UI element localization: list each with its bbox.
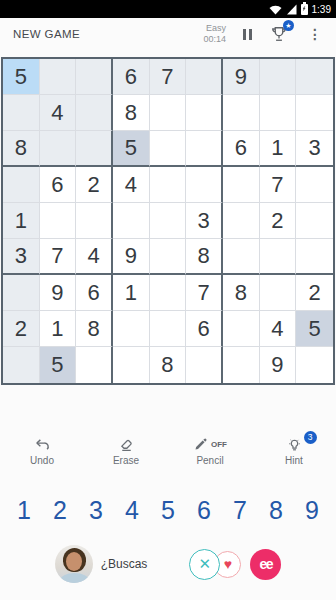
sudoku-cell[interactable] [223, 347, 260, 383]
eraser-icon [118, 436, 135, 452]
sudoku-cell[interactable]: 8 [76, 311, 113, 347]
numpad-5[interactable]: 5 [157, 496, 179, 524]
sudoku-cell[interactable] [186, 167, 223, 203]
sudoku-cell[interactable]: 5 [296, 311, 333, 347]
sudoku-cell[interactable] [296, 239, 333, 275]
number-pad: 123456789 [0, 496, 336, 524]
sudoku-cell[interactable]: 1 [113, 275, 150, 311]
sudoku-cell[interactable]: 7 [150, 59, 187, 95]
overflow-menu-button[interactable]: ⋮ [306, 26, 324, 42]
sudoku-cell[interactable]: 8 [186, 239, 223, 275]
app-bar: NEW GAME Easy 00:14 ★ ⋮ [0, 18, 336, 50]
sudoku-cell[interactable]: 8 [150, 347, 187, 383]
erase-button[interactable]: Erase [84, 435, 168, 466]
sudoku-cell[interactable] [223, 203, 260, 239]
ad-action-icons: ✕ ♥ ee [189, 549, 281, 580]
sudoku-cell[interactable]: 6 [76, 275, 113, 311]
sudoku-cell[interactable]: 8 [223, 275, 260, 311]
sudoku-cell[interactable] [150, 311, 187, 347]
sudoku-cell[interactable]: 4 [113, 167, 150, 203]
sudoku-cell[interactable] [150, 95, 187, 131]
sudoku-cell[interactable] [3, 95, 40, 131]
sudoku-cell[interactable] [150, 131, 187, 167]
ad-avatar [55, 545, 93, 583]
sudoku-cell[interactable] [150, 275, 187, 311]
sudoku-cell[interactable]: 2 [3, 311, 40, 347]
wifi-icon [269, 4, 282, 15]
undo-icon [34, 437, 51, 452]
sudoku-cell[interactable]: 5 [113, 131, 150, 167]
sudoku-cell[interactable] [296, 59, 333, 95]
pencil-icon [193, 437, 208, 452]
numpad-3[interactable]: 3 [85, 496, 107, 524]
pencil-label: Pencil [196, 455, 223, 466]
sudoku-cell[interactable] [186, 131, 223, 167]
sudoku-cell[interactable]: 9 [40, 275, 77, 311]
sudoku-board: 56794885613624713237498961782218645589 [1, 57, 335, 385]
sudoku-cell[interactable] [296, 95, 333, 131]
sudoku-cell[interactable] [223, 95, 260, 131]
signal-icon [286, 4, 297, 15]
numpad-2[interactable]: 2 [49, 496, 71, 524]
sudoku-cell[interactable] [40, 59, 77, 95]
sudoku-cell[interactable]: 1 [40, 311, 77, 347]
page-title: NEW GAME [13, 28, 203, 40]
sudoku-cell[interactable] [260, 275, 297, 311]
undo-label: Undo [30, 455, 54, 466]
sudoku-cell[interactable] [150, 203, 187, 239]
sudoku-cell[interactable]: 4 [76, 239, 113, 275]
hint-count-badge: 3 [304, 431, 317, 444]
sudoku-cell[interactable] [296, 347, 333, 383]
sudoku-cell[interactable] [76, 347, 113, 383]
sudoku-cell[interactable]: 3 [296, 131, 333, 167]
hint-bulb-icon [286, 436, 303, 453]
sudoku-cell[interactable]: 6 [186, 311, 223, 347]
sudoku-cell[interactable] [40, 131, 77, 167]
sudoku-cell[interactable] [3, 347, 40, 383]
sudoku-cell[interactable] [260, 239, 297, 275]
sudoku-cell[interactable]: 2 [76, 167, 113, 203]
sudoku-cell[interactable] [76, 95, 113, 131]
sudoku-cell[interactable]: 7 [260, 167, 297, 203]
sudoku-cell[interactable] [186, 95, 223, 131]
undo-button[interactable]: Undo [0, 435, 84, 466]
numpad-9[interactable]: 9 [301, 496, 323, 524]
hint-button[interactable]: 3 Hint [252, 435, 336, 466]
difficulty-timer: Easy 00:14 [203, 23, 226, 45]
numpad-6[interactable]: 6 [193, 496, 215, 524]
sudoku-cell[interactable] [260, 59, 297, 95]
ad-dismiss-icon[interactable]: ✕ [189, 549, 220, 580]
sudoku-cell[interactable]: 9 [113, 239, 150, 275]
sudoku-cell[interactable] [260, 95, 297, 131]
sudoku-cell[interactable] [76, 131, 113, 167]
sudoku-cell[interactable] [40, 203, 77, 239]
numpad-7[interactable]: 7 [229, 496, 251, 524]
sudoku-cell[interactable] [150, 167, 187, 203]
sudoku-cell[interactable] [150, 239, 187, 275]
pencil-button[interactable]: OFF Pencil [168, 435, 252, 466]
sudoku-cell[interactable]: 6 [113, 59, 150, 95]
sudoku-cell[interactable]: 4 [40, 95, 77, 131]
sudoku-cell[interactable] [76, 59, 113, 95]
sudoku-cell[interactable] [296, 167, 333, 203]
sudoku-cell[interactable]: 4 [260, 311, 297, 347]
sudoku-cell[interactable]: 8 [113, 95, 150, 131]
sudoku-cell[interactable]: 3 [186, 203, 223, 239]
ad-brand-logo[interactable]: ee [250, 549, 281, 580]
sudoku-cell[interactable]: 7 [186, 275, 223, 311]
sudoku-cell[interactable] [76, 203, 113, 239]
sudoku-cell[interactable]: 8 [3, 131, 40, 167]
sudoku-cell[interactable]: 2 [296, 275, 333, 311]
sudoku-cell[interactable] [113, 203, 150, 239]
sudoku-cell[interactable] [113, 347, 150, 383]
ad-banner[interactable]: ¿Buscas ✕ ♥ ee [0, 542, 336, 586]
sudoku-cell[interactable]: 9 [223, 59, 260, 95]
sudoku-cell[interactable] [223, 239, 260, 275]
sudoku-cell[interactable] [3, 167, 40, 203]
sudoku-cell[interactable]: 5 [40, 347, 77, 383]
sudoku-cell[interactable]: 3 [3, 239, 40, 275]
ad-text: ¿Buscas [101, 557, 148, 571]
sudoku-cell[interactable]: 6 [40, 167, 77, 203]
status-bar: 1:39 [0, 0, 336, 18]
trophy-button[interactable]: ★ [269, 24, 291, 44]
sudoku-cell[interactable]: 6 [223, 131, 260, 167]
sudoku-cell[interactable] [3, 275, 40, 311]
sudoku-cell[interactable] [223, 311, 260, 347]
game-toolbar: Undo Erase OFF Pencil 3 Hint [0, 435, 336, 466]
numpad-4[interactable]: 4 [121, 496, 143, 524]
sudoku-cell[interactable] [186, 59, 223, 95]
numpad-8[interactable]: 8 [265, 496, 287, 524]
pencil-state-chip: OFF [211, 440, 227, 449]
sudoku-cell[interactable]: 9 [260, 347, 297, 383]
erase-label: Erase [113, 455, 139, 466]
sudoku-cell[interactable] [296, 203, 333, 239]
difficulty-label: Easy [203, 23, 226, 34]
sudoku-cell[interactable] [186, 347, 223, 383]
numpad-1[interactable]: 1 [13, 496, 35, 524]
sudoku-cell[interactable]: 1 [260, 131, 297, 167]
sudoku-cell[interactable]: 7 [40, 239, 77, 275]
sudoku-cell[interactable]: 2 [260, 203, 297, 239]
status-time: 1:39 [312, 4, 331, 15]
hint-label: Hint [285, 455, 303, 466]
app-bar-actions: Easy 00:14 ★ ⋮ [203, 23, 324, 45]
sudoku-cell[interactable]: 5 [3, 59, 40, 95]
timer-value: 00:14 [203, 34, 226, 45]
sudoku-cell[interactable] [113, 311, 150, 347]
battery-icon [301, 4, 308, 15]
trophy-badge: ★ [283, 20, 294, 31]
sudoku-cell[interactable] [223, 167, 260, 203]
sudoku-cell[interactable]: 1 [3, 203, 40, 239]
pause-button[interactable] [241, 27, 254, 42]
